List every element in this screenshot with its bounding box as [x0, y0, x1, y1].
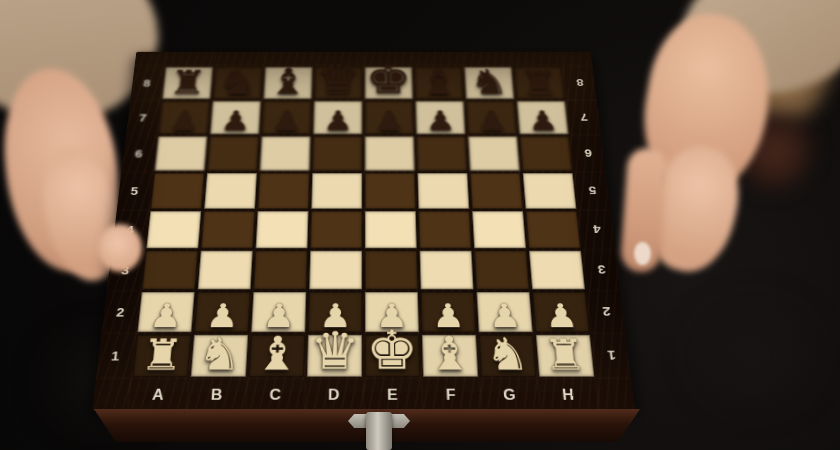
square-a8[interactable]: ♜ — [162, 67, 213, 99]
square-f6[interactable] — [416, 136, 467, 170]
square-a5[interactable] — [151, 173, 205, 209]
square-g4[interactable] — [472, 211, 526, 248]
piece-white-pawn[interactable]: ♟ — [205, 300, 240, 331]
rank-label-left-7: 7 — [126, 101, 159, 134]
square-e1[interactable]: ♚ — [365, 335, 420, 377]
piece-white-rook[interactable]: ♜ — [139, 335, 185, 376]
square-h6[interactable] — [520, 136, 573, 170]
square-d1[interactable]: ♛ — [307, 335, 362, 377]
square-f5[interactable] — [417, 173, 469, 209]
piece-white-pawn[interactable]: ♟ — [148, 300, 184, 331]
piece-black-bishop[interactable]: ♝ — [268, 65, 309, 99]
square-a7[interactable]: ♟ — [159, 101, 211, 134]
square-g5[interactable] — [470, 173, 523, 209]
board-frame-top-cell — [135, 52, 165, 65]
rank-label-right-2: 2 — [588, 292, 625, 332]
square-h7[interactable]: ♟ — [517, 101, 569, 134]
piece-black-knight[interactable]: ♞ — [218, 66, 258, 98]
square-c4[interactable] — [256, 211, 309, 248]
square-h4[interactable] — [526, 211, 581, 248]
board-frame-top-cell — [562, 52, 592, 65]
file-label-f: F — [423, 380, 480, 411]
square-a1[interactable]: ♜ — [133, 335, 192, 377]
board-frame-corner — [92, 380, 129, 411]
rank-label-right-1: 1 — [593, 335, 631, 377]
piece-white-bishop[interactable]: ♝ — [253, 332, 300, 376]
rank-label-left-5: 5 — [117, 173, 152, 209]
square-g6[interactable] — [468, 136, 520, 170]
square-f3[interactable] — [420, 251, 474, 290]
square-b1[interactable]: ♞ — [191, 335, 248, 377]
square-c8[interactable]: ♝ — [264, 67, 313, 99]
square-e8[interactable]: ♚ — [365, 67, 413, 99]
piece-black-king[interactable]: ♚ — [366, 60, 412, 99]
square-h1[interactable]: ♜ — [536, 335, 595, 377]
piece-black-pawn[interactable]: ♟ — [168, 108, 200, 134]
piece-white-king[interactable]: ♚ — [366, 325, 419, 376]
square-a4[interactable] — [146, 211, 201, 248]
piece-black-knight[interactable]: ♞ — [469, 66, 509, 98]
square-d4[interactable] — [310, 211, 362, 248]
file-label-d: D — [306, 380, 362, 411]
rank-label-right-4: 4 — [579, 211, 615, 248]
board-frame-corner — [598, 380, 635, 411]
rank-label-left-6: 6 — [122, 136, 156, 170]
file-label-b: B — [188, 380, 246, 411]
square-g3[interactable] — [474, 251, 529, 290]
file-label-a: A — [129, 380, 188, 411]
file-label-h: H — [539, 380, 598, 411]
square-e7[interactable]: ♟ — [365, 101, 414, 134]
piece-white-pawn[interactable]: ♟ — [543, 300, 579, 331]
right-hand-fingernail — [634, 242, 651, 265]
piece-black-queen[interactable]: ♛ — [316, 61, 361, 98]
rank-label-left-2: 2 — [102, 292, 139, 332]
rank-label-right-7: 7 — [568, 101, 601, 134]
square-b8[interactable]: ♞ — [213, 67, 263, 99]
square-c5[interactable] — [258, 173, 310, 209]
metal-clasp-hasp-icon — [366, 412, 392, 450]
piece-white-knight[interactable]: ♞ — [484, 333, 531, 375]
square-h3[interactable] — [529, 251, 585, 290]
piece-white-queen[interactable]: ♛ — [309, 327, 360, 376]
square-d8[interactable]: ♛ — [314, 67, 362, 99]
square-b7[interactable]: ♟ — [210, 101, 261, 134]
piece-white-bishop[interactable]: ♝ — [426, 332, 473, 376]
square-b6[interactable] — [207, 136, 259, 170]
square-a3[interactable] — [142, 251, 198, 290]
rank-label-left-8: 8 — [131, 67, 164, 99]
piece-black-pawn[interactable]: ♟ — [476, 108, 507, 134]
square-g8[interactable]: ♞ — [464, 67, 514, 99]
file-label-c: C — [247, 380, 304, 411]
square-e5[interactable] — [365, 173, 416, 209]
square-b5[interactable] — [204, 173, 257, 209]
square-d5[interactable] — [311, 173, 362, 209]
piece-black-pawn[interactable]: ♟ — [425, 108, 456, 134]
square-f8[interactable]: ♝ — [415, 67, 464, 99]
square-d6[interactable] — [312, 136, 362, 170]
square-f1[interactable]: ♝ — [422, 335, 478, 377]
rank-label-right-6: 6 — [571, 136, 605, 170]
piece-black-bishop[interactable]: ♝ — [418, 65, 459, 99]
square-c6[interactable] — [260, 136, 311, 170]
square-f7[interactable]: ♟ — [415, 101, 465, 134]
piece-black-rook[interactable]: ♜ — [520, 67, 560, 98]
piece-black-pawn[interactable]: ♟ — [527, 108, 559, 134]
square-b2[interactable]: ♟ — [194, 292, 250, 332]
square-a2[interactable]: ♟ — [137, 292, 194, 332]
square-d7[interactable]: ♟ — [313, 101, 362, 134]
piece-black-rook[interactable]: ♜ — [168, 67, 208, 98]
square-a6[interactable] — [155, 136, 208, 170]
square-h5[interactable] — [523, 173, 577, 209]
piece-white-knight[interactable]: ♞ — [196, 333, 243, 375]
square-b4[interactable] — [201, 211, 255, 248]
square-c1[interactable]: ♝ — [249, 335, 305, 377]
square-d3[interactable] — [309, 251, 362, 290]
square-b3[interactable] — [198, 251, 253, 290]
square-h8[interactable]: ♜ — [514, 67, 565, 99]
square-c3[interactable] — [253, 251, 307, 290]
piece-black-pawn[interactable]: ♟ — [323, 108, 353, 134]
left-hand-fingertip — [98, 224, 142, 272]
chess-board: 8♜♞♝♛♚♝♞♜87♟♟♟♟♟♟♟♟7665544332♟♟♟♟♟♟♟♟21♜… — [92, 52, 635, 411]
rank-label-right-8: 8 — [564, 67, 597, 99]
rank-label-right-3: 3 — [584, 251, 620, 290]
square-h2[interactable]: ♟ — [532, 292, 589, 332]
file-label-e: E — [365, 380, 421, 411]
square-c7[interactable]: ♟ — [262, 101, 312, 134]
square-g2[interactable]: ♟ — [477, 292, 533, 332]
square-g1[interactable]: ♞ — [479, 335, 536, 377]
piece-black-pawn[interactable]: ♟ — [220, 108, 251, 134]
square-e6[interactable] — [365, 136, 415, 170]
piece-black-pawn[interactable]: ♟ — [374, 108, 404, 134]
file-label-g: G — [481, 380, 539, 411]
piece-black-pawn[interactable]: ♟ — [271, 108, 302, 134]
chess-board-perspective-wrapper: 8♜♞♝♛♚♝♞♜87♟♟♟♟♟♟♟♟7665544332♟♟♟♟♟♟♟♟21♜… — [92, 52, 635, 411]
rank-label-left-1: 1 — [96, 335, 134, 377]
piece-white-rook[interactable]: ♜ — [542, 335, 588, 376]
rank-label-right-5: 5 — [575, 173, 610, 209]
square-e3[interactable] — [365, 251, 418, 290]
square-f4[interactable] — [418, 211, 471, 248]
square-e4[interactable] — [365, 211, 417, 248]
piece-white-pawn[interactable]: ♟ — [487, 300, 522, 331]
square-g7[interactable]: ♟ — [466, 101, 517, 134]
